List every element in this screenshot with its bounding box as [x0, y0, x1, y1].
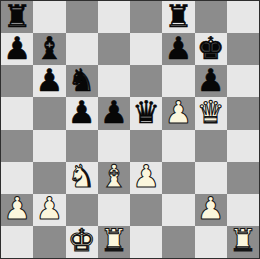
- square-a8[interactable]: ♜: [1, 1, 33, 33]
- square-g4[interactable]: [195, 130, 227, 162]
- square-g7[interactable]: ♚: [195, 33, 227, 65]
- square-a7[interactable]: ♟: [1, 33, 33, 65]
- square-b2[interactable]: ♟: [33, 194, 65, 226]
- square-b3[interactable]: [33, 162, 65, 194]
- square-h3[interactable]: [227, 162, 259, 194]
- square-c8[interactable]: [66, 1, 98, 33]
- square-a3[interactable]: [1, 162, 33, 194]
- square-f1[interactable]: [162, 226, 194, 258]
- square-c2[interactable]: [66, 194, 98, 226]
- white-pawn[interactable]: ♟: [164, 97, 192, 128]
- black-pawn[interactable]: ♟: [68, 97, 96, 128]
- white-pawn[interactable]: ♟: [35, 193, 63, 224]
- square-d1[interactable]: ♜: [98, 226, 130, 258]
- square-g8[interactable]: [195, 1, 227, 33]
- square-h4[interactable]: [227, 130, 259, 162]
- square-e6[interactable]: [130, 65, 162, 97]
- square-a5[interactable]: [1, 97, 33, 129]
- square-f8[interactable]: ♜: [162, 1, 194, 33]
- square-f2[interactable]: [162, 194, 194, 226]
- square-h6[interactable]: [227, 65, 259, 97]
- black-pawn[interactable]: ♟: [3, 33, 31, 64]
- black-king[interactable]: ♚: [197, 33, 225, 64]
- black-rook[interactable]: ♜: [3, 1, 31, 32]
- square-g2[interactable]: ♟: [195, 194, 227, 226]
- square-h5[interactable]: [227, 97, 259, 129]
- square-h2[interactable]: [227, 194, 259, 226]
- square-a4[interactable]: [1, 130, 33, 162]
- square-h1[interactable]: ♜: [227, 226, 259, 258]
- square-b6[interactable]: ♟: [33, 65, 65, 97]
- square-f6[interactable]: [162, 65, 194, 97]
- white-king[interactable]: ♚: [68, 225, 96, 256]
- square-c1[interactable]: ♚: [66, 226, 98, 258]
- black-pawn[interactable]: ♟: [35, 65, 63, 96]
- square-e7[interactable]: [130, 33, 162, 65]
- chess-diagram: ♜♜♟♝♟♚♟♞♟♟♟♛♟♛♞♝♟♟♟♟♚♜♜: [0, 0, 260, 259]
- square-d8[interactable]: [98, 1, 130, 33]
- square-f3[interactable]: [162, 162, 194, 194]
- white-pawn[interactable]: ♟: [132, 161, 160, 192]
- black-pawn[interactable]: ♟: [197, 65, 225, 96]
- square-e8[interactable]: [130, 1, 162, 33]
- square-g1[interactable]: [195, 226, 227, 258]
- square-c3[interactable]: ♞: [66, 162, 98, 194]
- white-bishop[interactable]: ♝: [100, 161, 128, 192]
- square-d3[interactable]: ♝: [98, 162, 130, 194]
- white-queen[interactable]: ♛: [197, 97, 225, 128]
- square-g5[interactable]: ♛: [195, 97, 227, 129]
- square-b1[interactable]: [33, 226, 65, 258]
- square-c5[interactable]: ♟: [66, 97, 98, 129]
- square-d7[interactable]: [98, 33, 130, 65]
- square-f7[interactable]: ♟: [162, 33, 194, 65]
- square-d6[interactable]: [98, 65, 130, 97]
- chess-board: ♜♜♟♝♟♚♟♞♟♟♟♛♟♛♞♝♟♟♟♟♚♜♜: [0, 0, 260, 259]
- square-d4[interactable]: [98, 130, 130, 162]
- square-e5[interactable]: ♛: [130, 97, 162, 129]
- square-e3[interactable]: ♟: [130, 162, 162, 194]
- square-f5[interactable]: ♟: [162, 97, 194, 129]
- square-e1[interactable]: [130, 226, 162, 258]
- square-d2[interactable]: [98, 194, 130, 226]
- square-e4[interactable]: [130, 130, 162, 162]
- white-rook[interactable]: ♜: [100, 225, 128, 256]
- square-g3[interactable]: [195, 162, 227, 194]
- white-knight[interactable]: ♞: [68, 161, 96, 192]
- white-pawn[interactable]: ♟: [197, 193, 225, 224]
- square-c4[interactable]: [66, 130, 98, 162]
- square-b8[interactable]: [33, 1, 65, 33]
- square-a2[interactable]: ♟: [1, 194, 33, 226]
- square-b4[interactable]: [33, 130, 65, 162]
- square-c6[interactable]: ♞: [66, 65, 98, 97]
- square-g6[interactable]: ♟: [195, 65, 227, 97]
- black-bishop[interactable]: ♝: [35, 33, 63, 64]
- black-knight[interactable]: ♞: [68, 65, 96, 96]
- square-a1[interactable]: [1, 226, 33, 258]
- black-queen[interactable]: ♛: [132, 97, 160, 128]
- square-d5[interactable]: ♟: [98, 97, 130, 129]
- square-h7[interactable]: [227, 33, 259, 65]
- square-b5[interactable]: [33, 97, 65, 129]
- square-b7[interactable]: ♝: [33, 33, 65, 65]
- square-a6[interactable]: [1, 65, 33, 97]
- white-pawn[interactable]: ♟: [3, 193, 31, 224]
- square-e2[interactable]: [130, 194, 162, 226]
- square-c7[interactable]: [66, 33, 98, 65]
- white-rook[interactable]: ♜: [229, 225, 257, 256]
- square-f4[interactable]: [162, 130, 194, 162]
- square-h8[interactable]: [227, 1, 259, 33]
- black-rook[interactable]: ♜: [164, 1, 192, 32]
- black-pawn[interactable]: ♟: [100, 97, 128, 128]
- black-pawn[interactable]: ♟: [164, 33, 192, 64]
